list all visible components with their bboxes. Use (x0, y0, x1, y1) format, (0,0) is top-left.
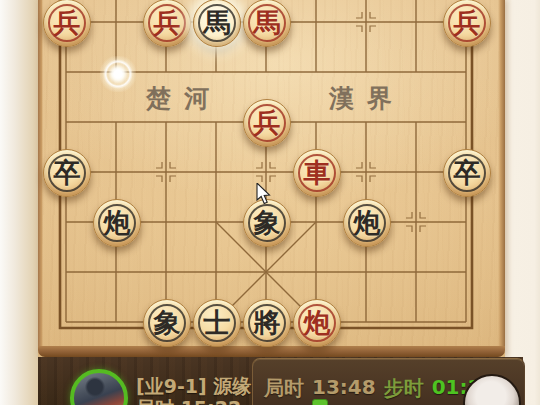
piece-glyph: 炮 (304, 309, 331, 336)
piece-black-cannon[interactable]: 炮 (343, 199, 391, 247)
piece-glyph: 車 (304, 159, 331, 186)
piece-glyph: 炮 (104, 209, 131, 236)
piece-glyph: 士 (204, 309, 231, 336)
piece-glyph: 象 (254, 209, 281, 236)
piece-glyph: 兵 (54, 9, 81, 36)
game-time-label: 局时 (264, 375, 304, 402)
left-game-time-label: 局时 (136, 397, 174, 405)
piece-black-soldier[interactable]: 卒 (43, 149, 91, 197)
piece-black-elephant[interactable]: 象 (243, 199, 291, 247)
river-label-han-jie: 漢界 (329, 82, 405, 110)
piece-glyph: 馬 (204, 9, 231, 36)
xiangqi-game-screen: 楚河 漢界 兵兵馬馬兵兵卒車卒炮象炮象士將炮 [业9-1] 源缘 局时 15:2… (0, 0, 540, 405)
piece-red-soldier[interactable]: 兵 (443, 0, 491, 47)
piece-glyph: 兵 (154, 9, 181, 36)
piece-glyph: 象 (154, 309, 181, 336)
piece-glyph: 兵 (454, 9, 481, 36)
piece-glyph: 卒 (454, 159, 481, 186)
piece-red-soldier[interactable]: 兵 (43, 0, 91, 47)
left-game-time-value: 15:22 (181, 397, 241, 405)
piece-red-soldier[interactable]: 兵 (143, 0, 191, 47)
game-time-value: 13:48 (312, 375, 376, 402)
piece-glyph: 兵 (254, 109, 281, 136)
piece-glyph: 將 (254, 309, 281, 336)
piece-glyph: 卒 (54, 159, 81, 186)
background-right-strip (503, 0, 540, 405)
river-label-chu-he: 楚河 (146, 82, 222, 110)
bottom-hud-bar: [业9-1] 源缘 局时 15:22 局时 13:48 步时 01:30 (38, 357, 523, 405)
background-left-strip (0, 0, 40, 405)
piece-red-soldier[interactable]: 兵 (243, 99, 291, 147)
board-front-edge (38, 346, 505, 357)
piece-black-elephant[interactable]: 象 (143, 299, 191, 347)
timer-row: 局时 13:48 步时 01:30 (264, 375, 495, 402)
piece-black-horse[interactable]: 馬 (193, 0, 241, 47)
piece-glyph: 馬 (254, 9, 281, 36)
piece-glyph: 炮 (354, 209, 381, 236)
move-time-label: 步时 (384, 375, 424, 402)
piece-red-cannon[interactable]: 炮 (293, 299, 341, 347)
left-player-game-time: 局时 15:22 (136, 396, 241, 405)
piece-red-chariot[interactable]: 車 (293, 149, 341, 197)
piece-red-horse[interactable]: 馬 (243, 0, 291, 47)
piece-black-cannon[interactable]: 炮 (93, 199, 141, 247)
board-right-edge (498, 0, 505, 346)
green-status-chip (312, 399, 328, 405)
piece-black-advisor[interactable]: 士 (193, 299, 241, 347)
piece-black-soldier[interactable]: 卒 (443, 149, 491, 197)
piece-black-general[interactable]: 將 (243, 299, 291, 347)
